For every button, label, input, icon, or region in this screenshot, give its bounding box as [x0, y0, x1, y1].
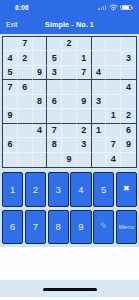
pencil-button[interactable]: ✎	[93, 210, 114, 245]
pad-3[interactable]: 3	[48, 172, 69, 207]
cell-r7c6[interactable]: 2	[77, 124, 92, 138]
cell-r6c1[interactable]: 9	[3, 109, 18, 123]
cell-r4c6[interactable]	[77, 80, 92, 94]
cell-r8c8[interactable]: 7	[106, 138, 121, 152]
cell-r7c7[interactable]: 1	[92, 124, 107, 138]
cell-r8c3[interactable]	[33, 138, 48, 152]
cell-r3c7[interactable]: 4	[92, 66, 107, 80]
sudoku-board: 7242513593747648693912472166837994	[2, 36, 137, 168]
cell-r5c5[interactable]	[62, 95, 77, 109]
cell-r5c8[interactable]	[106, 95, 121, 109]
cell-r6c5[interactable]	[62, 109, 77, 123]
cell-r2c4[interactable]: 5	[47, 51, 62, 65]
cell-r7c2[interactable]	[18, 124, 33, 138]
page-title: Simple - No. 1	[0, 20, 139, 29]
cell-r8c7[interactable]	[92, 138, 107, 152]
cell-r7c8[interactable]	[106, 124, 121, 138]
cell-r6c7[interactable]	[92, 109, 107, 123]
cell-r8c2[interactable]	[18, 138, 33, 152]
cell-r6c8[interactable]: 1	[106, 109, 121, 123]
cell-r5c9[interactable]	[121, 95, 136, 109]
cell-r9c2[interactable]	[18, 153, 33, 167]
cell-r4c8[interactable]	[106, 80, 121, 94]
cell-r5c6[interactable]: 9	[77, 95, 92, 109]
cell-r4c9[interactable]: 4	[121, 80, 136, 94]
cell-r3c2[interactable]	[18, 66, 33, 80]
cell-r2c8[interactable]	[106, 51, 121, 65]
pad-9[interactable]: 9	[70, 210, 91, 245]
cell-r4c3[interactable]	[33, 80, 48, 94]
cell-r6c3[interactable]	[33, 109, 48, 123]
bottom-spacer	[0, 247, 139, 280]
wifi-icon	[109, 4, 118, 11]
nav-bar: Simple - No. 1 Exit	[0, 15, 139, 34]
pad-5[interactable]: 5	[93, 172, 114, 207]
cell-r1c5[interactable]: 2	[62, 37, 77, 51]
cell-r3c9[interactable]	[121, 66, 136, 80]
cell-r9c5[interactable]: 9	[62, 153, 77, 167]
cell-r9c6[interactable]	[77, 153, 92, 167]
cell-r1c9[interactable]	[121, 37, 136, 51]
status-icons	[98, 4, 132, 11]
cell-r8c1[interactable]: 6	[3, 138, 18, 152]
cell-r8c4[interactable]: 8	[47, 138, 62, 152]
pad-7[interactable]: 7	[25, 210, 46, 245]
pad-8[interactable]: 8	[48, 210, 69, 245]
pad-4[interactable]: 4	[70, 172, 91, 207]
cell-r6c2[interactable]	[18, 109, 33, 123]
status-bar: 6:06	[0, 0, 139, 15]
cell-r3c5[interactable]	[62, 66, 77, 80]
cell-r2c1[interactable]: 4	[3, 51, 18, 65]
pad-1[interactable]: 1	[2, 172, 23, 207]
cell-r4c2[interactable]: 6	[18, 80, 33, 94]
cell-r1c4[interactable]	[47, 37, 62, 51]
number-pad: 12345✖6789✎Menu	[2, 172, 137, 244]
cell-r5c2[interactable]	[18, 95, 33, 109]
cell-r5c1[interactable]	[3, 95, 18, 109]
cell-r1c3[interactable]	[33, 37, 48, 51]
cell-r9c8[interactable]: 4	[106, 153, 121, 167]
cell-r9c1[interactable]	[3, 153, 18, 167]
cell-r3c6[interactable]: 7	[77, 66, 92, 80]
cell-r4c4[interactable]	[47, 80, 62, 94]
cell-r9c4[interactable]	[47, 153, 62, 167]
cell-r4c1[interactable]: 7	[3, 80, 18, 94]
cell-r9c7[interactable]	[92, 153, 107, 167]
cell-r6c4[interactable]	[47, 109, 62, 123]
cell-r7c5[interactable]	[62, 124, 77, 138]
cell-r1c8[interactable]	[106, 37, 121, 51]
cell-r2c7[interactable]	[92, 51, 107, 65]
status-time: 6:06	[15, 4, 29, 11]
cell-r7c9[interactable]: 6	[121, 124, 136, 138]
cell-r1c7[interactable]	[92, 37, 107, 51]
cell-r3c8[interactable]	[106, 66, 121, 80]
cell-r9c3[interactable]	[33, 153, 48, 167]
cell-r7c3[interactable]: 4	[33, 124, 48, 138]
home-indicator[interactable]	[43, 288, 97, 291]
battery-icon	[120, 5, 132, 11]
cell-r4c7[interactable]	[92, 80, 107, 94]
cell-r5c3[interactable]: 8	[33, 95, 48, 109]
pad-2[interactable]: 2	[25, 172, 46, 207]
cell-r2c5[interactable]	[62, 51, 77, 65]
cell-r7c1[interactable]	[3, 124, 18, 138]
cell-r8c6[interactable]: 3	[77, 138, 92, 152]
cell-r9c9[interactable]	[121, 153, 136, 167]
menu-button[interactable]: Menu	[116, 210, 137, 245]
board-area: 7242513593747648693912472166837994	[0, 34, 139, 172]
app-window: 6:06 Simple - No. 1 Exit 724251359374764…	[0, 0, 139, 300]
exit-button[interactable]: Exit	[6, 21, 17, 28]
cell-r6c6[interactable]	[77, 109, 92, 123]
erase-button[interactable]: ✖	[116, 172, 137, 207]
cell-r2c2[interactable]: 2	[18, 51, 33, 65]
cell-r1c6[interactable]	[77, 37, 92, 51]
cell-r4c5[interactable]	[62, 80, 77, 94]
cell-r5c7[interactable]: 3	[92, 95, 107, 109]
cell-r5c4[interactable]: 6	[47, 95, 62, 109]
cellular-signal-icon	[98, 5, 106, 10]
cell-r2c9[interactable]: 3	[121, 51, 136, 65]
cell-r2c3[interactable]	[33, 51, 48, 65]
cell-r8c5[interactable]	[62, 138, 77, 152]
footer-bar	[0, 280, 139, 297]
cell-r8c9[interactable]: 9	[121, 138, 136, 152]
cell-r3c1[interactable]: 5	[3, 66, 18, 80]
cell-r3c4[interactable]: 3	[47, 66, 62, 80]
pad-6[interactable]: 6	[2, 210, 23, 245]
cell-r7c4[interactable]: 7	[47, 124, 62, 138]
cell-r6c9[interactable]: 2	[121, 109, 136, 123]
cell-r3c3[interactable]: 9	[33, 66, 48, 80]
cell-r2c6[interactable]: 1	[77, 51, 92, 65]
cell-r1c2[interactable]: 7	[18, 37, 33, 51]
cell-r1c1[interactable]	[3, 37, 18, 51]
number-pad-area: 12345✖6789✎Menu	[0, 172, 139, 247]
